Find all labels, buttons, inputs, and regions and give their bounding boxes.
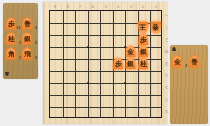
piece-kanji: 金 xyxy=(127,48,134,57)
piece-kanji: 金 xyxy=(174,58,181,67)
gote-indicator-icon xyxy=(5,72,9,76)
piece-body: 香 xyxy=(151,22,161,33)
rank-coordinate-label: 四 xyxy=(165,50,169,54)
sente-hand-香[interactable]: 香 xyxy=(190,56,205,70)
piece-kanji: 香 xyxy=(24,20,31,29)
piece-body: 桂 xyxy=(138,58,148,69)
piece-kanji: 歩 xyxy=(115,60,122,69)
piece-kanji: 歩 xyxy=(140,36,147,45)
grid-line-horizontal xyxy=(50,95,161,96)
sente-hand-stand: 金3香 xyxy=(170,45,208,124)
shogi-board: 987654321一二三四五六七八九王香歩金銀歩銀桂 xyxy=(43,2,167,124)
file-coordinate-label: 5 xyxy=(104,4,106,9)
sente-indicator-icon xyxy=(172,47,176,51)
piece-kanji: 銀 xyxy=(127,60,134,69)
piece-body: 歩 xyxy=(113,58,123,69)
piece-kanji: 桂 xyxy=(140,60,147,69)
rank-coordinate-label: 五 xyxy=(165,62,169,66)
hand-piece-count: 3 xyxy=(19,41,21,45)
piece-kanji: 角 xyxy=(8,50,15,59)
rank-coordinate-label: 一 xyxy=(165,14,169,18)
star-point xyxy=(124,82,126,84)
piece-body: 王 xyxy=(138,22,148,33)
gote-piece-香[interactable]: 香 xyxy=(151,22,161,33)
file-coordinate-label: 2 xyxy=(142,4,144,9)
gote-hand-香[interactable]: 香2 xyxy=(22,18,37,32)
gote-hand-stand: 歩16香2桂3銀2角2飛2 xyxy=(3,3,38,79)
gote-hand-銀[interactable]: 銀2 xyxy=(22,33,37,47)
star-point xyxy=(87,46,89,48)
piece-body: 銀 xyxy=(126,58,136,69)
piece-kanji: 香 xyxy=(152,22,159,31)
sente-piece-金[interactable]: 金 xyxy=(126,46,136,57)
grid-line-horizontal xyxy=(50,107,161,108)
grid-line-horizontal xyxy=(50,71,161,72)
sente-piece-歩[interactable]: 歩 xyxy=(113,58,123,69)
board-square-3四[interactable]: 金 xyxy=(126,46,136,57)
board-square-1二[interactable]: 香 xyxy=(151,22,161,33)
sente-hand-grid: 金3香 xyxy=(172,56,206,70)
file-coordinate-label: 1 xyxy=(155,4,157,9)
piece-body: 桂 xyxy=(6,33,16,44)
gote-hand-桂[interactable]: 桂3 xyxy=(6,33,21,47)
piece-kanji: 飛 xyxy=(24,50,31,59)
board-square-2四[interactable]: 銀 xyxy=(138,46,148,57)
piece-body: 香 xyxy=(22,18,32,29)
gote-hand-歩[interactable]: 歩16 xyxy=(6,18,21,32)
gote-hand-grid: 歩16香2桂3銀2角2飛2 xyxy=(6,18,36,63)
board-square-2五[interactable]: 桂 xyxy=(138,58,148,69)
piece-kanji: 銀 xyxy=(24,35,31,44)
piece-body: 歩 xyxy=(138,34,148,45)
file-coordinate-label: 6 xyxy=(92,4,94,9)
hand-piece-count: 16 xyxy=(16,26,21,30)
sente-piece-桂[interactable]: 桂 xyxy=(138,58,148,69)
board-square-3五[interactable]: 銀 xyxy=(126,58,136,69)
grid-line-vertical xyxy=(88,11,89,117)
piece-body: 角 xyxy=(6,48,16,59)
file-coordinate-label: 7 xyxy=(79,4,81,9)
board-square-4五[interactable]: 歩 xyxy=(113,58,123,69)
piece-kanji: 歩 xyxy=(8,20,15,29)
rank-coordinate-label: 七 xyxy=(165,86,169,90)
hand-piece-count: 2 xyxy=(35,56,37,60)
piece-body: 歩 xyxy=(6,18,16,29)
rank-coordinate-label: 二 xyxy=(165,26,169,30)
board-square-2三[interactable]: 歩 xyxy=(138,34,148,45)
file-coordinate-label: 3 xyxy=(129,4,131,9)
grid-line-vertical xyxy=(100,11,101,117)
gote-hand-飛[interactable]: 飛2 xyxy=(22,48,37,62)
sente-piece-銀[interactable]: 銀 xyxy=(138,46,148,57)
piece-kanji: 王 xyxy=(140,22,147,31)
piece-body: 飛 xyxy=(22,48,32,59)
piece-body: 金 xyxy=(126,46,136,57)
piece-body: 香 xyxy=(190,56,200,67)
sente-piece-銀[interactable]: 銀 xyxy=(126,58,136,69)
star-point xyxy=(87,82,89,84)
sente-piece-歩[interactable]: 歩 xyxy=(138,34,148,45)
rank-coordinate-label: 八 xyxy=(165,98,169,102)
rank-coordinate-label: 九 xyxy=(165,110,169,114)
gote-hand-角[interactable]: 角2 xyxy=(6,48,21,62)
sente-hand-金[interactable]: 金3 xyxy=(172,56,187,70)
file-coordinate-label: 9 xyxy=(54,4,56,9)
piece-kanji: 桂 xyxy=(8,35,15,44)
piece-kanji: 銀 xyxy=(140,48,147,57)
sente-piece-香[interactable]: 香 xyxy=(190,56,205,67)
file-coordinate-label: 4 xyxy=(117,4,119,9)
hand-piece-count: 2 xyxy=(35,41,37,45)
hand-piece-count: 2 xyxy=(35,26,37,30)
board-square-2二[interactable]: 王 xyxy=(138,22,148,33)
grid-line-vertical xyxy=(75,11,76,117)
gote-piece-王[interactable]: 王 xyxy=(138,22,148,33)
rank-coordinate-label: 三 xyxy=(165,38,169,42)
piece-body: 銀 xyxy=(138,46,148,57)
piece-kanji: 香 xyxy=(191,58,198,67)
piece-body: 銀 xyxy=(22,33,32,44)
hand-piece-count: 2 xyxy=(19,56,21,60)
rank-coordinate-label: 六 xyxy=(165,74,169,78)
piece-body: 金 xyxy=(172,56,182,67)
file-coordinate-label: 8 xyxy=(67,4,69,9)
grid-line-vertical xyxy=(63,11,64,117)
hand-piece-count: 3 xyxy=(185,64,187,68)
grid-line-horizontal xyxy=(50,83,161,84)
